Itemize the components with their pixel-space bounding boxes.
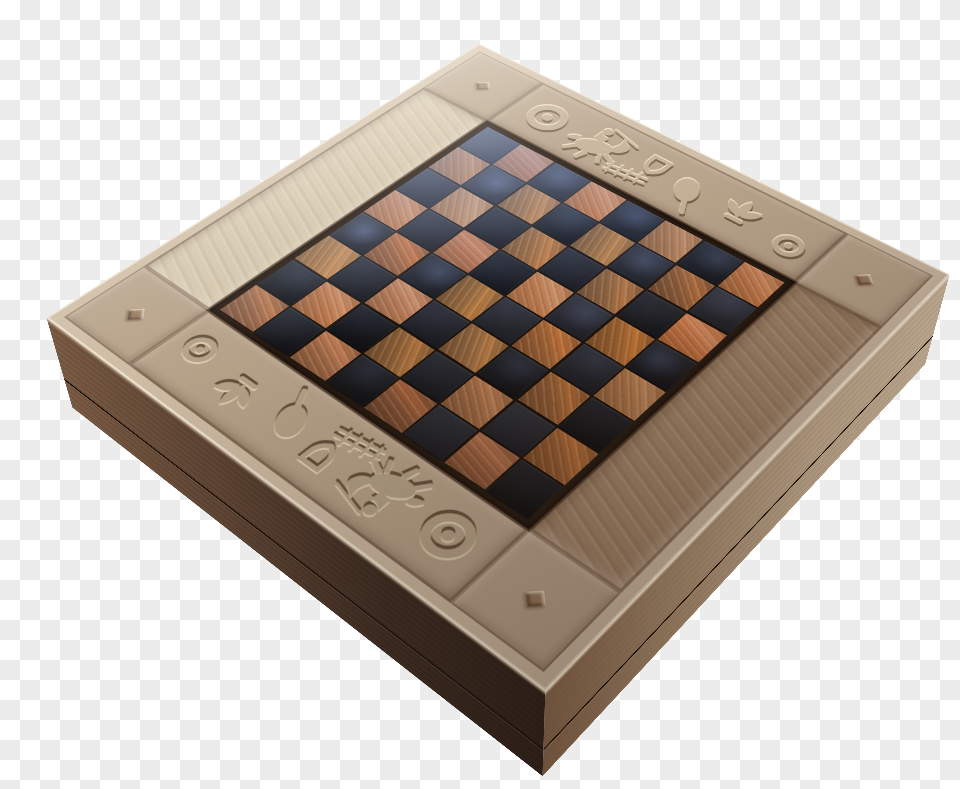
board-square[interactable]: [254, 307, 324, 356]
board-square[interactable]: [290, 330, 361, 380]
chess-box: [46, 44, 949, 691]
board-square[interactable]: [585, 316, 655, 365]
diamond-inlay-icon: [855, 274, 873, 285]
diamond-inlay-icon: [526, 590, 546, 606]
board-square[interactable]: [444, 432, 520, 490]
board-square[interactable]: [473, 297, 542, 345]
board-square[interactable]: [545, 294, 614, 342]
board-square[interactable]: [364, 327, 435, 377]
board-square[interactable]: [512, 320, 582, 370]
board-square[interactable]: [559, 397, 633, 452]
board-square[interactable]: [326, 354, 399, 406]
board-square[interactable]: [486, 459, 563, 519]
board-square[interactable]: [364, 379, 438, 433]
board-square[interactable]: [438, 323, 509, 373]
board-square[interactable]: [617, 290, 686, 338]
board-square[interactable]: [552, 343, 623, 394]
board-square[interactable]: [328, 304, 398, 353]
board-square[interactable]: [517, 372, 590, 425]
board-square[interactable]: [481, 401, 556, 457]
board-square[interactable]: [658, 313, 728, 362]
board-square[interactable]: [403, 405, 478, 461]
board-square[interactable]: [477, 347, 549, 399]
board-square[interactable]: [402, 351, 474, 403]
board-square[interactable]: [593, 368, 666, 421]
diamond-inlay-icon: [128, 308, 145, 319]
diamond-inlay-icon: [477, 81, 490, 89]
board-square[interactable]: [441, 375, 514, 429]
board-square[interactable]: [626, 340, 697, 391]
board-square[interactable]: [400, 300, 470, 348]
box-lid-top: [46, 44, 949, 691]
board-square[interactable]: [523, 427, 599, 485]
transparency-background: [0, 0, 960, 789]
